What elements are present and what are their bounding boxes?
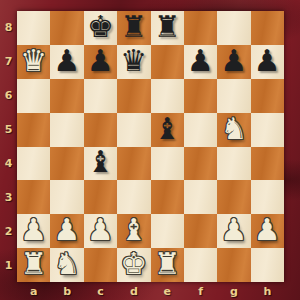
- file-label-g: g: [217, 282, 250, 300]
- piece-white-knight-g5[interactable]: ♞: [220, 114, 247, 144]
- square-b5[interactable]: [50, 113, 83, 147]
- square-f5[interactable]: [184, 113, 217, 147]
- square-d2[interactable]: ♝: [117, 214, 150, 248]
- square-a3[interactable]: [17, 180, 50, 214]
- square-a8[interactable]: [17, 11, 50, 45]
- piece-white-queen-a7[interactable]: ♛: [20, 46, 47, 76]
- chessboard-frame: 87654321 ♚♜♜♛♟♟♛♟♟♟♝♞♝♟♟♟♝♟♟♜♞♚♜ abcdefg…: [0, 0, 300, 300]
- square-a4[interactable]: [17, 147, 50, 181]
- square-d6[interactable]: [117, 79, 150, 113]
- square-d1[interactable]: ♚: [117, 248, 150, 282]
- rank-label-4: 4: [0, 147, 17, 181]
- square-a2[interactable]: ♟: [17, 214, 50, 248]
- square-e8[interactable]: ♜: [151, 11, 184, 45]
- file-label-b: b: [50, 282, 83, 300]
- piece-black-pawn-f7[interactable]: ♟: [187, 46, 214, 76]
- square-g4[interactable]: [217, 147, 250, 181]
- square-g7[interactable]: ♟: [217, 45, 250, 79]
- square-b2[interactable]: ♟: [50, 214, 83, 248]
- rank-label-3: 3: [0, 180, 17, 214]
- square-d8[interactable]: ♜: [117, 11, 150, 45]
- piece-white-pawn-c2[interactable]: ♟: [87, 215, 114, 245]
- piece-black-king-c8[interactable]: ♚: [87, 12, 114, 42]
- rank-label-6: 6: [0, 79, 17, 113]
- square-c8[interactable]: ♚: [84, 11, 117, 45]
- square-f7[interactable]: ♟: [184, 45, 217, 79]
- square-g3[interactable]: [217, 180, 250, 214]
- piece-black-pawn-g7[interactable]: ♟: [220, 46, 247, 76]
- square-c7[interactable]: ♟: [84, 45, 117, 79]
- piece-black-rook-d8[interactable]: ♜: [120, 12, 147, 42]
- square-d7[interactable]: ♛: [117, 45, 150, 79]
- square-h2[interactable]: ♟: [251, 214, 284, 248]
- square-f4[interactable]: [184, 147, 217, 181]
- square-f2[interactable]: [184, 214, 217, 248]
- piece-black-pawn-c7[interactable]: ♟: [87, 46, 114, 76]
- square-g8[interactable]: [217, 11, 250, 45]
- square-g5[interactable]: ♞: [217, 113, 250, 147]
- file-label-c: c: [84, 282, 117, 300]
- square-h6[interactable]: [251, 79, 284, 113]
- square-e5[interactable]: ♝: [151, 113, 184, 147]
- file-label-h: h: [251, 282, 284, 300]
- square-a7[interactable]: ♛: [17, 45, 50, 79]
- square-c6[interactable]: [84, 79, 117, 113]
- piece-white-pawn-g2[interactable]: ♟: [220, 215, 247, 245]
- square-b7[interactable]: ♟: [50, 45, 83, 79]
- piece-white-pawn-h2[interactable]: ♟: [254, 215, 281, 245]
- piece-white-pawn-a2[interactable]: ♟: [20, 215, 47, 245]
- square-f1[interactable]: [184, 248, 217, 282]
- piece-black-bishop-c4[interactable]: ♝: [87, 147, 114, 177]
- rank-label-2: 2: [0, 214, 17, 248]
- file-labels: abcdefgh: [17, 282, 284, 300]
- square-e1[interactable]: ♜: [151, 248, 184, 282]
- rank-label-5: 5: [0, 113, 17, 147]
- rank-label-1: 1: [0, 248, 17, 282]
- square-b4[interactable]: [50, 147, 83, 181]
- square-c4[interactable]: ♝: [84, 147, 117, 181]
- rank-labels: 87654321: [0, 11, 17, 282]
- square-h8[interactable]: [251, 11, 284, 45]
- square-c2[interactable]: ♟: [84, 214, 117, 248]
- square-e6[interactable]: [151, 79, 184, 113]
- square-b6[interactable]: [50, 79, 83, 113]
- square-e2[interactable]: [151, 214, 184, 248]
- square-h3[interactable]: [251, 180, 284, 214]
- square-a6[interactable]: [17, 79, 50, 113]
- square-a5[interactable]: [17, 113, 50, 147]
- square-h5[interactable]: [251, 113, 284, 147]
- square-a1[interactable]: ♜: [17, 248, 50, 282]
- square-d4[interactable]: [117, 147, 150, 181]
- square-f6[interactable]: [184, 79, 217, 113]
- rank-label-8: 8: [0, 11, 17, 45]
- square-c5[interactable]: [84, 113, 117, 147]
- square-h4[interactable]: [251, 147, 284, 181]
- piece-black-pawn-b7[interactable]: ♟: [54, 46, 81, 76]
- file-label-f: f: [184, 282, 217, 300]
- file-label-d: d: [117, 282, 150, 300]
- file-label-e: e: [151, 282, 184, 300]
- square-d3[interactable]: [117, 180, 150, 214]
- square-e3[interactable]: [151, 180, 184, 214]
- square-g2[interactable]: ♟: [217, 214, 250, 248]
- square-d5[interactable]: [117, 113, 150, 147]
- piece-black-bishop-e5[interactable]: ♝: [154, 114, 181, 144]
- square-f3[interactable]: [184, 180, 217, 214]
- square-g6[interactable]: [217, 79, 250, 113]
- square-b3[interactable]: [50, 180, 83, 214]
- piece-black-pawn-h7[interactable]: ♟: [254, 46, 281, 76]
- piece-white-bishop-d2[interactable]: ♝: [120, 215, 147, 245]
- chessboard: ♚♜♜♛♟♟♛♟♟♟♝♞♝♟♟♟♝♟♟♜♞♚♜: [17, 11, 284, 282]
- square-g1[interactable]: [217, 248, 250, 282]
- square-e7[interactable]: [151, 45, 184, 79]
- square-b1[interactable]: ♞: [50, 248, 83, 282]
- square-c3[interactable]: [84, 180, 117, 214]
- piece-white-king-d1[interactable]: ♚: [120, 249, 147, 279]
- piece-black-rook-e8[interactable]: ♜: [154, 12, 181, 42]
- piece-white-pawn-b2[interactable]: ♟: [54, 215, 81, 245]
- square-h7[interactable]: ♟: [251, 45, 284, 79]
- square-e4[interactable]: [151, 147, 184, 181]
- piece-white-rook-e1[interactable]: ♜: [154, 249, 181, 279]
- piece-white-rook-a1[interactable]: ♜: [20, 249, 47, 279]
- rank-label-7: 7: [0, 45, 17, 79]
- square-f8[interactable]: [184, 11, 217, 45]
- square-c1[interactable]: [84, 248, 117, 282]
- piece-white-knight-b1[interactable]: ♞: [54, 249, 81, 279]
- file-label-a: a: [17, 282, 50, 300]
- square-b8[interactable]: [50, 11, 83, 45]
- square-h1[interactable]: [251, 248, 284, 282]
- piece-black-queen-d7[interactable]: ♛: [120, 46, 147, 76]
